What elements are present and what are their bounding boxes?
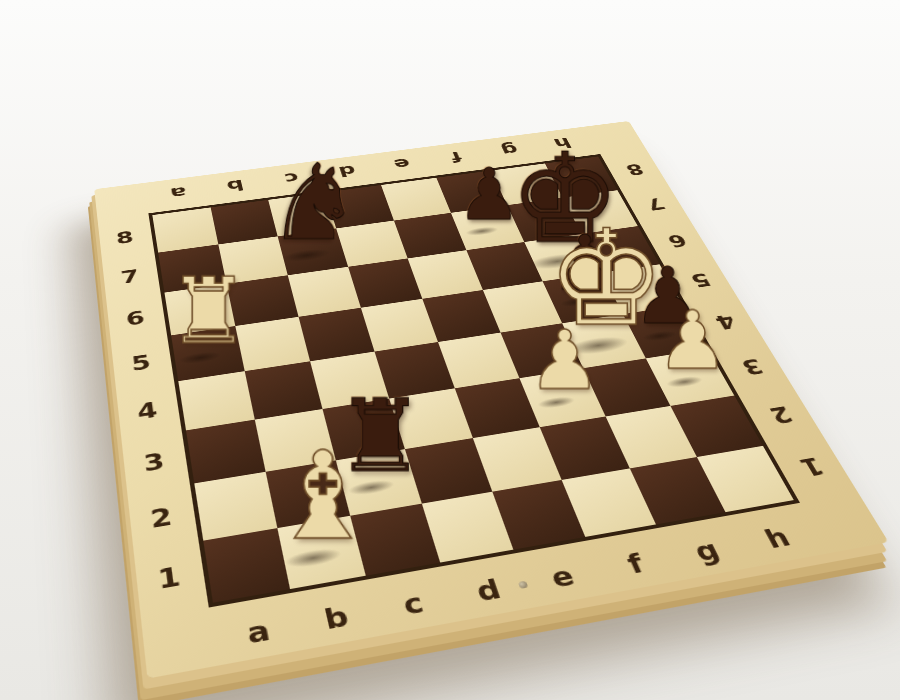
scene: abcdefgh abcdefgh 87654321 87654321 ♞♟♚♜… xyxy=(0,0,900,700)
file-label-near-d: d xyxy=(447,570,531,610)
file-label-far-b: b xyxy=(205,175,265,197)
file-label-far-e: e xyxy=(372,154,432,175)
rank-label-left-5: 5 xyxy=(117,337,166,390)
file-label-near-g: g xyxy=(665,532,748,570)
white-rook-glyph: ♜ xyxy=(167,265,249,356)
file-label-near-b: b xyxy=(295,597,379,638)
rank-label-left-2: 2 xyxy=(134,486,189,552)
rank-label-left-8: 8 xyxy=(103,217,147,260)
white-pawn-glyph: ♟ xyxy=(656,300,728,380)
file-label-far-a: a xyxy=(148,182,208,204)
rank-label-left-1: 1 xyxy=(141,543,199,614)
chess-board: abcdefgh abcdefgh 87654321 87654321 ♞♟♚♜… xyxy=(94,121,888,679)
file-label-near-e: e xyxy=(521,557,604,596)
hinge-screw xyxy=(517,581,527,589)
white-pawn-glyph: ♟ xyxy=(527,319,600,401)
rank-label-left-7: 7 xyxy=(108,254,153,300)
file-label-near-f: f xyxy=(594,544,677,583)
rank-label-left-4: 4 xyxy=(122,383,173,439)
file-label-near-h: h xyxy=(736,519,819,556)
white-bishop-glyph: ♝ xyxy=(268,435,377,556)
rank-label-left-3: 3 xyxy=(128,432,181,493)
file-label-near-c: c xyxy=(371,584,455,625)
rank-label-left-6: 6 xyxy=(112,294,159,343)
file-label-near-a: a xyxy=(216,611,300,653)
photo-stage: abcdefgh abcdefgh 87654321 87654321 ♞♟♚♜… xyxy=(0,0,900,700)
